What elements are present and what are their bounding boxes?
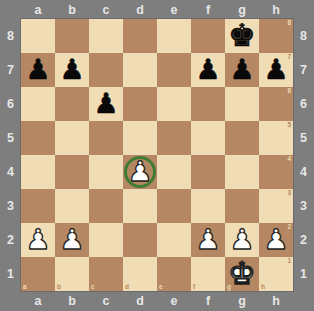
- square-f7[interactable]: ♟: [191, 53, 225, 87]
- file-label-a: a: [21, 3, 55, 17]
- square-f8[interactable]: [191, 19, 225, 53]
- square-e2[interactable]: [157, 223, 191, 257]
- square-f4[interactable]: [191, 155, 225, 189]
- file-label-f: f: [191, 3, 225, 17]
- square-d8[interactable]: [123, 19, 157, 53]
- piece-white-pawn-h2[interactable]: ♟: [259, 223, 293, 257]
- square-a8[interactable]: [21, 19, 55, 53]
- square-b4[interactable]: [55, 155, 89, 189]
- square-a4[interactable]: [21, 155, 55, 189]
- piece-black-pawn-a7[interactable]: ♟: [21, 53, 55, 87]
- inner-file-label-b: b: [57, 284, 61, 291]
- square-f5[interactable]: [191, 121, 225, 155]
- square-b7[interactable]: ♟: [55, 53, 89, 87]
- square-a6[interactable]: [21, 87, 55, 121]
- square-b6[interactable]: [55, 87, 89, 121]
- square-d2[interactable]: [123, 223, 157, 257]
- square-e1[interactable]: e: [157, 257, 191, 291]
- square-a5[interactable]: [21, 121, 55, 155]
- piece-black-pawn-h7[interactable]: ♟: [259, 53, 293, 87]
- rank-label-8: 8: [0, 19, 21, 53]
- square-c5[interactable]: [89, 121, 123, 155]
- piece-black-pawn-b7[interactable]: ♟: [55, 53, 89, 87]
- chess-board: ♚8♟♟♟♟7♟♟65♟43♟♟♟♟2♟abcdefg♚1h: [21, 19, 293, 291]
- file-label-h: h: [259, 294, 293, 308]
- rank-label-1: 1: [0, 257, 21, 291]
- square-h3[interactable]: 3: [259, 189, 293, 223]
- square-h8[interactable]: 8: [259, 19, 293, 53]
- rank-labels-left: 87654321: [0, 19, 21, 291]
- square-g3[interactable]: [225, 189, 259, 223]
- file-label-d: d: [123, 3, 157, 17]
- square-f1[interactable]: f: [191, 257, 225, 291]
- square-h7[interactable]: 7♟: [259, 53, 293, 87]
- inner-file-label-c: c: [91, 284, 95, 291]
- file-label-a: a: [21, 294, 55, 308]
- piece-black-king-g8[interactable]: ♚: [225, 19, 259, 53]
- inner-rank-label-1: 1: [287, 258, 291, 265]
- square-e7[interactable]: [157, 53, 191, 87]
- piece-black-pawn-c6[interactable]: ♟: [89, 87, 123, 121]
- inner-file-label-h: h: [261, 284, 265, 291]
- square-e8[interactable]: [157, 19, 191, 53]
- rank-label-5: 5: [0, 121, 21, 155]
- piece-white-pawn-d4[interactable]: ♟: [123, 155, 157, 189]
- square-f3[interactable]: [191, 189, 225, 223]
- square-d3[interactable]: [123, 189, 157, 223]
- piece-white-pawn-b2[interactable]: ♟: [55, 223, 89, 257]
- square-h4[interactable]: 4: [259, 155, 293, 189]
- file-label-g: g: [225, 294, 259, 308]
- square-d7[interactable]: [123, 53, 157, 87]
- piece-white-pawn-a2[interactable]: ♟: [21, 223, 55, 257]
- square-h2[interactable]: 2♟: [259, 223, 293, 257]
- rank-label-7: 7: [0, 53, 21, 87]
- rank-label-5: 5: [293, 121, 314, 155]
- piece-black-pawn-f7[interactable]: ♟: [191, 53, 225, 87]
- inner-rank-label-5: 5: [287, 122, 291, 129]
- square-c6[interactable]: ♟: [89, 87, 123, 121]
- rank-label-6: 6: [0, 87, 21, 121]
- file-label-c: c: [89, 3, 123, 17]
- rank-labels-right: 87654321: [293, 19, 314, 291]
- square-b2[interactable]: ♟: [55, 223, 89, 257]
- square-h1[interactable]: 1h: [259, 257, 293, 291]
- file-label-b: b: [55, 3, 89, 17]
- piece-white-pawn-g2[interactable]: ♟: [225, 223, 259, 257]
- inner-rank-label-8: 8: [287, 20, 291, 27]
- square-a7[interactable]: ♟: [21, 53, 55, 87]
- inner-file-label-d: d: [125, 284, 129, 291]
- square-c1[interactable]: c: [89, 257, 123, 291]
- rank-label-4: 4: [0, 155, 21, 189]
- square-f6[interactable]: [191, 87, 225, 121]
- chess-board-frame: abcdefgh 87654321 ♚8♟♟♟♟7♟♟65♟43♟♟♟♟2♟ab…: [0, 0, 314, 311]
- square-c3[interactable]: [89, 189, 123, 223]
- square-e5[interactable]: [157, 121, 191, 155]
- square-a2[interactable]: ♟: [21, 223, 55, 257]
- inner-file-label-a: a: [23, 284, 27, 291]
- square-g4[interactable]: [225, 155, 259, 189]
- square-c7[interactable]: [89, 53, 123, 87]
- rank-label-1: 1: [293, 257, 314, 291]
- file-label-g: g: [225, 3, 259, 17]
- square-d1[interactable]: d: [123, 257, 157, 291]
- file-label-e: e: [157, 294, 191, 308]
- square-a3[interactable]: [21, 189, 55, 223]
- inner-rank-label-6: 6: [287, 88, 291, 95]
- file-label-h: h: [259, 3, 293, 17]
- rank-label-2: 2: [293, 223, 314, 257]
- rank-label-4: 4: [293, 155, 314, 189]
- inner-file-label-e: e: [159, 284, 163, 291]
- square-g2[interactable]: ♟: [225, 223, 259, 257]
- piece-black-pawn-g7[interactable]: ♟: [225, 53, 259, 87]
- inner-rank-label-4: 4: [287, 156, 291, 163]
- file-label-e: e: [157, 3, 191, 17]
- square-c8[interactable]: [89, 19, 123, 53]
- file-labels-bottom: abcdefgh: [21, 291, 293, 311]
- square-d4[interactable]: ♟: [123, 155, 157, 189]
- square-a1[interactable]: a: [21, 257, 55, 291]
- square-g8[interactable]: ♚: [225, 19, 259, 53]
- piece-white-king-g1[interactable]: ♚: [225, 257, 259, 291]
- square-d6[interactable]: [123, 87, 157, 121]
- inner-rank-label-3: 3: [287, 190, 291, 197]
- square-e6[interactable]: [157, 87, 191, 121]
- square-b3[interactable]: [55, 189, 89, 223]
- piece-white-pawn-f2[interactable]: ♟: [191, 223, 225, 257]
- square-f2[interactable]: ♟: [191, 223, 225, 257]
- square-g1[interactable]: g♚: [225, 257, 259, 291]
- square-c4[interactable]: [89, 155, 123, 189]
- square-g6[interactable]: [225, 87, 259, 121]
- square-e3[interactable]: [157, 189, 191, 223]
- square-g7[interactable]: ♟: [225, 53, 259, 87]
- rank-label-3: 3: [293, 189, 314, 223]
- rank-label-8: 8: [293, 19, 314, 53]
- rank-label-7: 7: [293, 53, 314, 87]
- square-b5[interactable]: [55, 121, 89, 155]
- square-e4[interactable]: [157, 155, 191, 189]
- file-label-f: f: [191, 294, 225, 308]
- rank-label-2: 2: [0, 223, 21, 257]
- square-h5[interactable]: 5: [259, 121, 293, 155]
- square-b1[interactable]: b: [55, 257, 89, 291]
- square-b8[interactable]: [55, 19, 89, 53]
- square-d5[interactable]: [123, 121, 157, 155]
- inner-file-label-f: f: [193, 284, 195, 291]
- file-label-c: c: [89, 294, 123, 308]
- file-label-d: d: [123, 294, 157, 308]
- file-label-b: b: [55, 294, 89, 308]
- rank-label-3: 3: [0, 189, 21, 223]
- rank-label-6: 6: [293, 87, 314, 121]
- square-g5[interactable]: [225, 121, 259, 155]
- square-h6[interactable]: 6: [259, 87, 293, 121]
- square-c2[interactable]: [89, 223, 123, 257]
